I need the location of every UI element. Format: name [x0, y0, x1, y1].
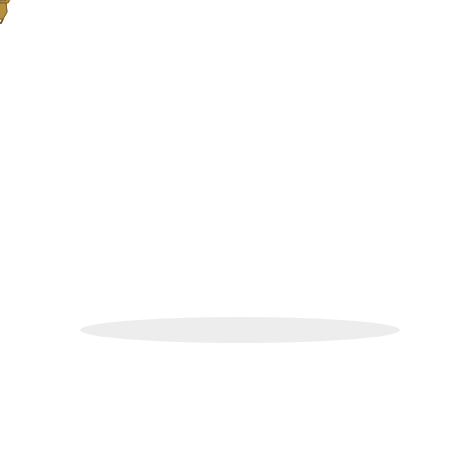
ground-shadow	[80, 317, 400, 343]
pieces: ♜♞♝♛♚♝♞♜♟♟♟♟♟♟♟♟♜♞♝♛♚♝♞♜♟♟♟♟♟♟♟♟♜♞♝♛♚♝♞♜…	[0, 0, 7, 4]
product-photo-scene: 87654321HGFEDCBA87654321ABCDEFGH12345678…	[0, 0, 473, 473]
three-player-chess-board: 87654321HGFEDCBA87654321ABCDEFGH12345678…	[0, 0, 473, 473]
piece-white-pawn: ♟	[0, 0, 7, 4]
